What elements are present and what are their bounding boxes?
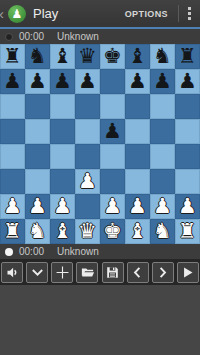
square-g1[interactable]: ♞ — [150, 219, 175, 244]
speaker-icon — [5, 265, 20, 280]
back-chevron-icon[interactable]: ‹ — [0, 0, 6, 27]
white-knight: ♞ — [28, 219, 47, 244]
white-bishop: ♝ — [53, 219, 72, 244]
square-c2[interactable]: ♟ — [50, 194, 75, 219]
white-pawn: ♟ — [178, 194, 197, 219]
square-g3[interactable] — [150, 169, 175, 194]
black-pawn: ♟ — [103, 119, 122, 144]
app-icon: ♟ — [8, 5, 26, 23]
black-bishop: ♝ — [128, 44, 147, 69]
black-pawn: ♟ — [28, 69, 47, 94]
page-title: Play — [33, 6, 58, 21]
pawn-icon: ♟ — [12, 5, 23, 23]
black-pawn: ♟ — [53, 69, 72, 94]
white-pawn: ♟ — [153, 194, 172, 219]
square-h7[interactable]: ♟ — [175, 69, 200, 94]
black-knight: ♞ — [28, 44, 47, 69]
square-f5[interactable] — [125, 119, 150, 144]
white-pawn: ♟ — [28, 194, 47, 219]
player-info-white: 00:00 Unknown — [0, 244, 200, 259]
square-d7[interactable]: ♟ — [75, 69, 100, 94]
square-c3[interactable] — [50, 169, 75, 194]
square-h1[interactable]: ♜ — [175, 219, 200, 244]
black-queen: ♛ — [78, 44, 97, 69]
square-c5[interactable] — [50, 119, 75, 144]
square-e4[interactable] — [100, 144, 125, 169]
white-player-indicator-icon — [5, 248, 13, 256]
square-h5[interactable] — [175, 119, 200, 144]
square-b7[interactable]: ♟ — [25, 69, 50, 94]
square-g8[interactable]: ♞ — [150, 44, 175, 69]
square-g6[interactable] — [150, 94, 175, 119]
black-player-indicator-icon — [5, 33, 13, 41]
square-d3[interactable]: ♟ — [75, 169, 100, 194]
square-b1[interactable]: ♞ — [25, 219, 50, 244]
white-bishop: ♝ — [128, 219, 147, 244]
chess-board: ♜♞♝♛♚♝♞♜♟♟♟♟♟♟♟♟♟♟♟♟♟♟♟♟♜♞♝♛♚♝♞♜ — [0, 44, 200, 244]
black-rook: ♜ — [3, 44, 22, 69]
folder-open-icon — [80, 265, 95, 280]
black-pawn: ♟ — [128, 69, 147, 94]
square-e8[interactable]: ♚ — [100, 44, 125, 69]
square-h2[interactable]: ♟ — [175, 194, 200, 219]
action-bar: ‹ ♟ Play OPTIONS — [0, 0, 200, 27]
square-d6[interactable] — [75, 94, 100, 119]
black-player-name: Unknown — [57, 31, 99, 42]
square-a3[interactable] — [0, 169, 25, 194]
square-h6[interactable] — [175, 94, 200, 119]
black-king: ♚ — [103, 44, 122, 69]
square-d8[interactable]: ♛ — [75, 44, 100, 69]
square-e1[interactable]: ♚ — [100, 219, 125, 244]
square-h8[interactable]: ♜ — [175, 44, 200, 69]
square-g5[interactable] — [150, 119, 175, 144]
square-c1[interactable]: ♝ — [50, 219, 75, 244]
square-a2[interactable]: ♟ — [0, 194, 25, 219]
square-b4[interactable] — [25, 144, 50, 169]
square-g7[interactable]: ♟ — [150, 69, 175, 94]
open-button[interactable] — [76, 262, 98, 283]
square-b6[interactable] — [25, 94, 50, 119]
square-e6[interactable] — [100, 94, 125, 119]
background — [0, 285, 200, 355]
prev-move-button[interactable] — [127, 262, 149, 283]
square-h4[interactable] — [175, 144, 200, 169]
options-button[interactable]: OPTIONS — [115, 0, 178, 27]
square-b8[interactable]: ♞ — [25, 44, 50, 69]
square-f3[interactable] — [125, 169, 150, 194]
square-a4[interactable] — [0, 144, 25, 169]
white-rook: ♜ — [3, 219, 22, 244]
square-a8[interactable]: ♜ — [0, 44, 25, 69]
square-a1[interactable]: ♜ — [0, 219, 25, 244]
square-d2[interactable] — [75, 194, 100, 219]
volume-button[interactable] — [1, 262, 23, 283]
player-info-black: 00:00 Unknown — [0, 29, 200, 44]
white-pawn: ♟ — [3, 194, 22, 219]
square-e7[interactable] — [100, 69, 125, 94]
square-a5[interactable] — [0, 119, 25, 144]
square-f7[interactable]: ♟ — [125, 69, 150, 94]
square-b5[interactable] — [25, 119, 50, 144]
toolbar — [0, 259, 200, 285]
next-move-button[interactable] — [152, 262, 174, 283]
black-clock: 00:00 — [19, 31, 44, 42]
white-king: ♚ — [103, 219, 122, 244]
square-d1[interactable]: ♛ — [75, 219, 100, 244]
chevron-down-icon — [30, 265, 45, 280]
square-f6[interactable] — [125, 94, 150, 119]
black-knight: ♞ — [153, 44, 172, 69]
white-clock: 00:00 — [19, 246, 44, 257]
black-bishop: ♝ — [53, 44, 72, 69]
square-h3[interactable] — [175, 169, 200, 194]
black-rook: ♜ — [178, 44, 197, 69]
new-game-button[interactable] — [51, 262, 73, 283]
square-b3[interactable] — [25, 169, 50, 194]
square-e2[interactable]: ♟ — [100, 194, 125, 219]
black-pawn: ♟ — [78, 69, 97, 94]
square-a6[interactable] — [0, 94, 25, 119]
chevron-right-icon — [155, 265, 170, 280]
square-a7[interactable]: ♟ — [0, 69, 25, 94]
square-f1[interactable]: ♝ — [125, 219, 150, 244]
white-player-name: Unknown — [57, 246, 99, 257]
black-pawn: ♟ — [3, 69, 22, 94]
white-pawn: ♟ — [128, 194, 147, 219]
square-f2[interactable]: ♟ — [125, 194, 150, 219]
play-triangle-icon — [180, 265, 195, 280]
square-e3[interactable] — [100, 169, 125, 194]
white-queen: ♛ — [78, 219, 97, 244]
play-button[interactable] — [177, 262, 199, 283]
square-b2[interactable]: ♟ — [25, 194, 50, 219]
white-pawn: ♟ — [78, 169, 97, 194]
square-f8[interactable]: ♝ — [125, 44, 150, 69]
app-window: ‹ ♟ Play OPTIONS 00:00 Unknown ♜♞♝♛♚♝♞♜♟… — [0, 0, 200, 355]
white-rook: ♜ — [178, 219, 197, 244]
chevron-left-icon — [130, 265, 145, 280]
square-c6[interactable] — [50, 94, 75, 119]
save-button[interactable] — [102, 262, 124, 283]
square-e5[interactable]: ♟ — [100, 119, 125, 144]
plus-icon — [55, 265, 70, 280]
square-c7[interactable]: ♟ — [50, 69, 75, 94]
square-g2[interactable]: ♟ — [150, 194, 175, 219]
square-c8[interactable]: ♝ — [50, 44, 75, 69]
overflow-menu-icon[interactable] — [179, 0, 200, 27]
square-d5[interactable] — [75, 119, 100, 144]
collapse-button[interactable] — [26, 262, 48, 283]
black-pawn: ♟ — [178, 69, 197, 94]
white-pawn: ♟ — [53, 194, 72, 219]
square-g4[interactable] — [150, 144, 175, 169]
square-d4[interactable] — [75, 144, 100, 169]
black-pawn: ♟ — [153, 69, 172, 94]
white-knight: ♞ — [153, 219, 172, 244]
white-pawn: ♟ — [103, 194, 122, 219]
square-f4[interactable] — [125, 144, 150, 169]
floppy-disk-icon — [105, 265, 120, 280]
square-c4[interactable] — [50, 144, 75, 169]
